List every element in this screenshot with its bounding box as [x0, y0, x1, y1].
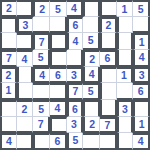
given-digit-cell-r8-c6[interactable]: 2 [83, 117, 100, 134]
given-digit-cell-r4-c2[interactable]: 4 [17, 50, 34, 67]
given-digit-cell-r5-c1[interactable]: 2 [0, 67, 17, 84]
given-digit-cell-r5-c4[interactable]: 6 [50, 67, 67, 84]
given-digit-cell-r6-c1[interactable]: 1 [0, 83, 17, 100]
cell-r5-c7[interactable] [100, 67, 117, 84]
cell-r2-c1[interactable] [0, 17, 17, 34]
cell-r2-c8[interactable] [117, 17, 134, 34]
cell-r4-c8[interactable] [117, 50, 134, 67]
given-digit-cell-r1-c9[interactable]: 5 [133, 0, 150, 17]
given-digit-cell-r1-c3[interactable]: 2 [33, 0, 50, 17]
cell-r3-c8[interactable] [117, 33, 134, 50]
given-digit-cell-r7-c8[interactable]: 3 [117, 100, 134, 117]
cell-r1-c7[interactable] [100, 0, 117, 17]
cell-r7-c6[interactable] [83, 100, 100, 117]
given-digit-cell-r1-c1[interactable]: 2 [0, 0, 17, 17]
cell-r6-c3[interactable] [33, 83, 50, 100]
given-digit-cell-r3-c3[interactable]: 7 [33, 33, 50, 50]
given-digit-cell-r1-c8[interactable]: 1 [117, 0, 134, 17]
cell-r3-c4[interactable] [50, 33, 67, 50]
cell-r3-c2[interactable] [17, 33, 34, 50]
given-digit-cell-r8-c9[interactable]: 1 [133, 117, 150, 134]
given-digit-cell-r5-c6[interactable]: 4 [83, 67, 100, 84]
given-digit-cell-r7-c2[interactable]: 2 [17, 100, 34, 117]
given-digit-cell-r6-c6[interactable]: 5 [83, 83, 100, 100]
puzzle-board: 2254153627451745264246341317562546373271… [0, 0, 150, 150]
cell-r1-c2[interactable] [17, 0, 34, 17]
given-digit-cell-r9-c9[interactable]: 4 [133, 133, 150, 150]
given-digit-cell-r7-c4[interactable]: 4 [50, 100, 67, 117]
cell-r9-c6[interactable] [83, 133, 100, 150]
cell-r9-c2[interactable] [17, 133, 34, 150]
given-digit-cell-r3-c9[interactable]: 1 [133, 33, 150, 50]
cell-r9-c8[interactable] [117, 133, 134, 150]
cell-r8-c8[interactable] [117, 117, 134, 134]
cell-r6-c2[interactable] [17, 83, 34, 100]
given-digit-cell-r8-c7[interactable]: 7 [100, 117, 117, 134]
cell-r9-c7[interactable] [100, 133, 117, 150]
given-digit-cell-r4-c9[interactable]: 4 [133, 50, 150, 67]
given-digit-cell-r9-c5[interactable]: 5 [67, 133, 84, 150]
given-digit-cell-r1-c4[interactable]: 5 [50, 0, 67, 17]
given-digit-cell-r4-c3[interactable]: 5 [33, 50, 50, 67]
given-digit-cell-r3-c5[interactable]: 4 [67, 33, 84, 50]
cell-r6-c4[interactable] [50, 83, 67, 100]
cell-r2-c6[interactable] [83, 17, 100, 34]
given-digit-cell-r2-c5[interactable]: 6 [67, 17, 84, 34]
given-digit-cell-r5-c3[interactable]: 4 [33, 67, 50, 84]
given-digit-cell-r4-c6[interactable]: 2 [83, 50, 100, 67]
cell-r8-c4[interactable] [50, 117, 67, 134]
cell-r2-c3[interactable] [33, 17, 50, 34]
cell-r1-c6[interactable] [83, 0, 100, 17]
given-digit-cell-r9-c1[interactable]: 4 [0, 133, 17, 150]
given-digit-cell-r5-c5[interactable]: 3 [67, 67, 84, 84]
given-digit-cell-r6-c5[interactable]: 7 [67, 83, 84, 100]
cell-r2-c4[interactable] [50, 17, 67, 34]
cell-r3-c7[interactable] [100, 33, 117, 50]
given-digit-cell-r7-c3[interactable]: 5 [33, 100, 50, 117]
cell-r7-c1[interactable] [0, 100, 17, 117]
given-digit-cell-r6-c9[interactable]: 6 [133, 83, 150, 100]
cell-r4-c4[interactable] [50, 50, 67, 67]
given-digit-cell-r2-c7[interactable]: 2 [100, 17, 117, 34]
cell-r5-c2[interactable] [17, 67, 34, 84]
cell-r4-c5[interactable] [67, 50, 84, 67]
cell-r2-c9[interactable] [133, 17, 150, 34]
given-digit-cell-r5-c8[interactable]: 1 [117, 67, 134, 84]
given-digit-cell-r9-c4[interactable]: 6 [50, 133, 67, 150]
given-digit-cell-r3-c6[interactable]: 5 [83, 33, 100, 50]
given-digit-cell-r2-c2[interactable]: 3 [17, 17, 34, 34]
given-digit-cell-r4-c7[interactable]: 6 [100, 50, 117, 67]
cell-r6-c8[interactable] [117, 83, 134, 100]
cell-r6-c7[interactable] [100, 83, 117, 100]
cell-r8-c2[interactable] [17, 117, 34, 134]
given-digit-cell-r5-c9[interactable]: 3 [133, 67, 150, 84]
given-digit-cell-r8-c5[interactable]: 3 [67, 117, 84, 134]
cell-r7-c9[interactable] [133, 100, 150, 117]
given-digit-cell-r1-c5[interactable]: 4 [67, 0, 84, 17]
given-digit-cell-r4-c1[interactable]: 7 [0, 50, 17, 67]
cell-r9-c3[interactable] [33, 133, 50, 150]
given-digit-cell-r7-c5[interactable]: 6 [67, 100, 84, 117]
cell-r7-c7[interactable] [100, 100, 117, 117]
cell-r8-c1[interactable] [0, 117, 17, 134]
cell-r3-c1[interactable] [0, 33, 17, 50]
given-digit-cell-r8-c3[interactable]: 7 [33, 117, 50, 134]
